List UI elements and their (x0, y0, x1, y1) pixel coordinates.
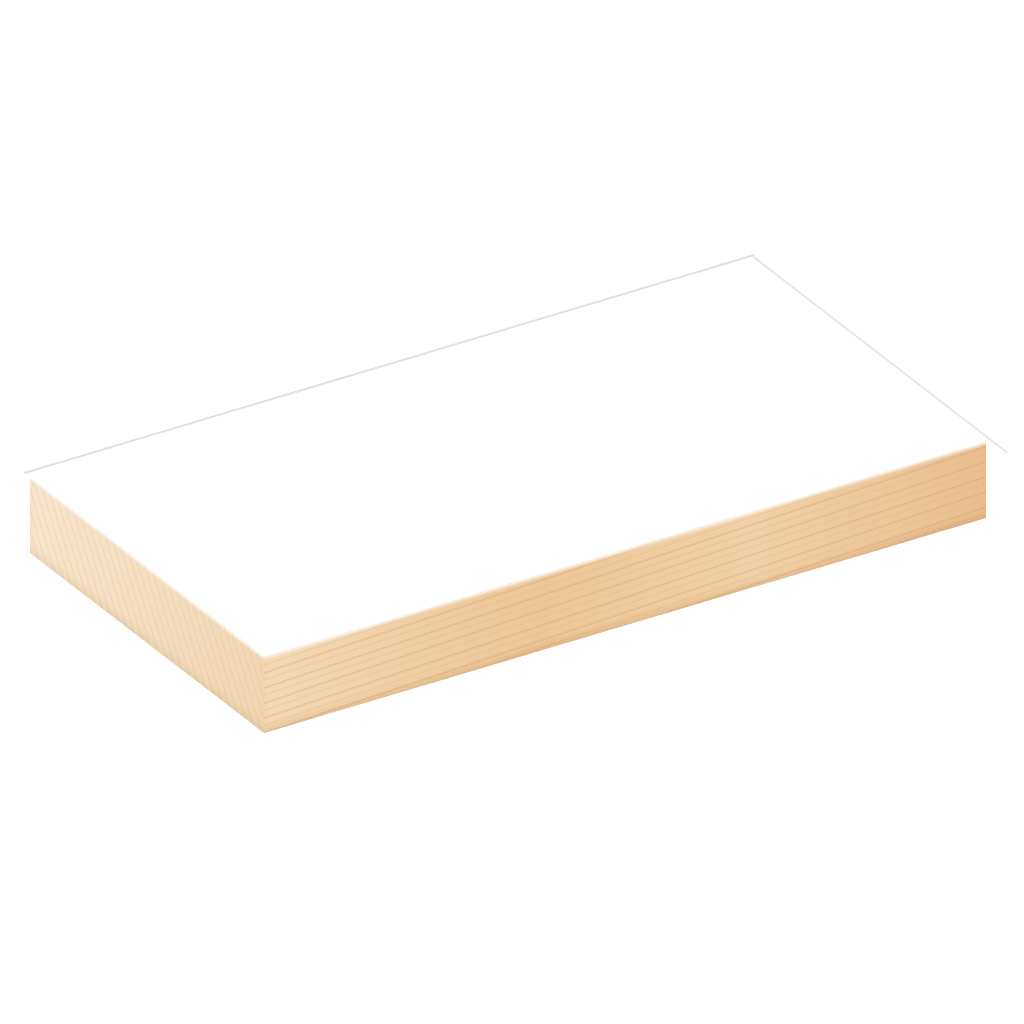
acrylic-lid-edge-back (24, 254, 755, 474)
tray-right-end-face (980, 415, 1020, 525)
product-photo-scene (0, 0, 1024, 1024)
acrylic-lid-edge-right (753, 256, 1008, 454)
tray-left-end-face (30, 477, 264, 733)
tray-front-face (264, 442, 986, 733)
